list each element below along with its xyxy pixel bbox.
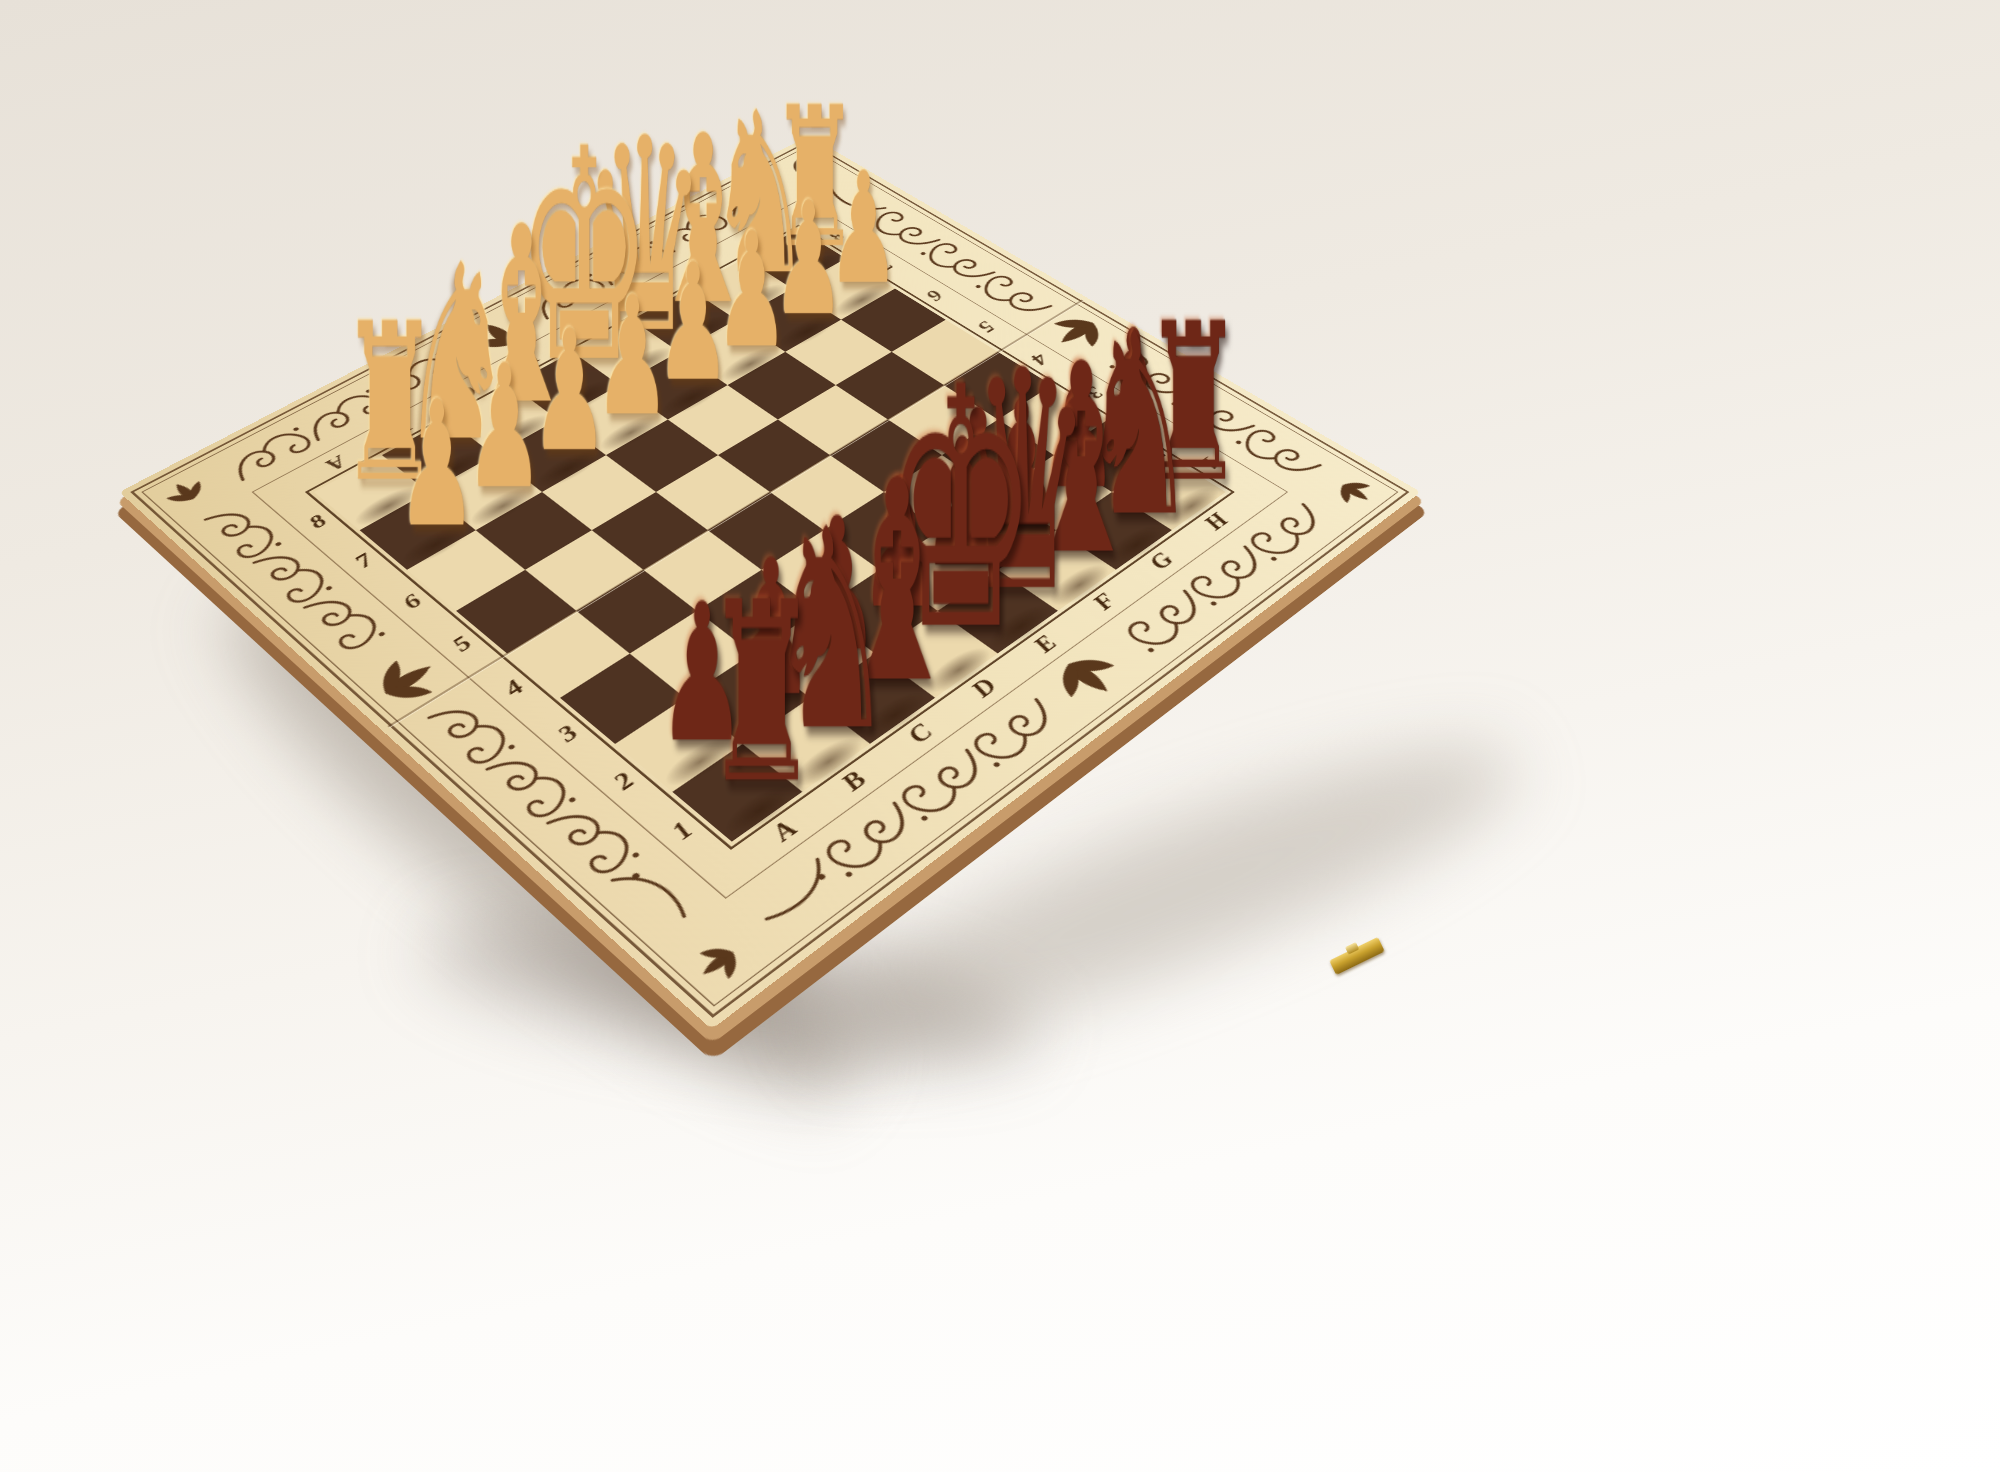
corner-lotus-icon (152, 470, 218, 514)
corner-lotus-icon (1322, 470, 1388, 514)
corner-lotus-icon (678, 930, 759, 995)
chess-board: 87654321 87654321 ABCDEFGH ABCDEFGH ♜♞♝♚… (119, 136, 1421, 1030)
board-top-surface: 87654321 87654321 ABCDEFGH ABCDEFGH ♜♞♝♚… (119, 136, 1421, 1030)
photo-scene: 87654321 87654321 ABCDEFGH ABCDEFGH ♜♞♝♚… (0, 0, 2000, 1472)
dark-rook-glyph: ♜ (704, 570, 819, 818)
light-pawn-glyph: ♟ (397, 378, 477, 551)
